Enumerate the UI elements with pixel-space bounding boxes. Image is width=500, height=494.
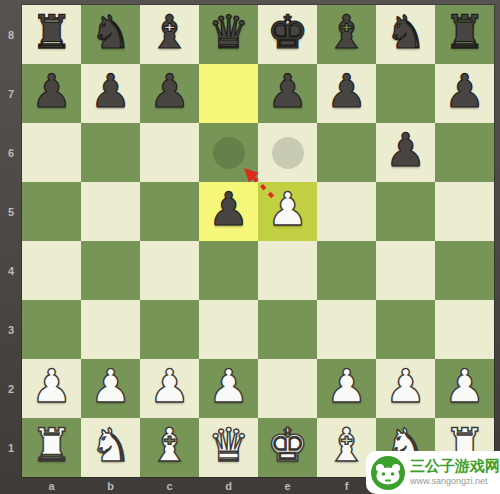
square-a7[interactable]: ♟ [22,64,81,123]
square-h8[interactable]: ♜ [435,5,494,64]
piece-white-bishop[interactable]: ♝ [149,416,190,475]
square-d2[interactable]: ♟ [199,359,258,418]
rank-label-4: 4 [0,241,22,300]
square-c2[interactable]: ♟ [140,359,199,418]
piece-white-pawn[interactable]: ♟ [208,357,249,416]
rank-label-8: 8 [0,5,22,64]
square-b4[interactable] [81,241,140,300]
piece-white-rook[interactable]: ♜ [31,416,72,475]
rank-label-6: 6 [0,123,22,182]
square-f3[interactable] [317,300,376,359]
square-b5[interactable] [81,182,140,241]
square-d5[interactable]: ♟ [199,182,258,241]
rank-label-1: 1 [0,418,22,477]
watermark: 三公子游戏网 www.sangongzi.net [366,451,500,494]
square-a6[interactable] [22,123,81,182]
piece-white-queen[interactable]: ♛ [208,416,249,475]
piece-black-pawn[interactable]: ♟ [444,62,485,121]
square-h4[interactable] [435,241,494,300]
square-e6[interactable] [258,123,317,182]
piece-black-pawn[interactable]: ♟ [90,62,131,121]
square-c6[interactable] [140,123,199,182]
square-f4[interactable] [317,241,376,300]
piece-black-pawn[interactable]: ♟ [326,62,367,121]
square-e7[interactable]: ♟ [258,64,317,123]
rank-label-5: 5 [0,182,22,241]
piece-white-pawn[interactable]: ♟ [326,357,367,416]
square-g2[interactable]: ♟ [376,359,435,418]
watermark-logo-icon [371,456,405,490]
square-c8[interactable]: ♝ [140,5,199,64]
square-e3[interactable] [258,300,317,359]
square-g7[interactable] [376,64,435,123]
square-d6[interactable] [199,123,258,182]
piece-black-queen[interactable]: ♛ [208,3,249,62]
chess-board[interactable]: ♜♞♝♛♚♝♞♜♟♟♟♟♟♟♟♟♟♟♟♟♟♟♟♟♜♞♝♛♚♝♞♜ [22,5,494,477]
piece-white-pawn[interactable]: ♟ [444,357,485,416]
square-c1[interactable]: ♝ [140,418,199,477]
piece-black-knight[interactable]: ♞ [385,3,426,62]
watermark-title: 三公子游戏网 [410,459,500,475]
square-h3[interactable] [435,300,494,359]
rank-label-2: 2 [0,359,22,418]
file-label-a: a [22,477,81,494]
square-b1[interactable]: ♞ [81,418,140,477]
piece-white-pawn[interactable]: ♟ [149,357,190,416]
piece-black-pawn[interactable]: ♟ [31,62,72,121]
square-d3[interactable] [199,300,258,359]
piece-black-bishop[interactable]: ♝ [149,3,190,62]
rank-labels: 87654321 [0,5,22,477]
square-h2[interactable]: ♟ [435,359,494,418]
square-a8[interactable]: ♜ [22,5,81,64]
square-e4[interactable] [258,241,317,300]
piece-white-knight[interactable]: ♞ [90,416,131,475]
piece-black-pawn[interactable]: ♟ [267,62,308,121]
file-label-e: e [258,477,317,494]
square-g3[interactable] [376,300,435,359]
file-label-c: c [140,477,199,494]
piece-black-king[interactable]: ♚ [267,3,308,62]
square-b7[interactable]: ♟ [81,64,140,123]
square-a1[interactable]: ♜ [22,418,81,477]
square-a3[interactable] [22,300,81,359]
piece-black-bishop[interactable]: ♝ [326,3,367,62]
square-h6[interactable] [435,123,494,182]
square-d8[interactable]: ♛ [199,5,258,64]
square-d1[interactable]: ♛ [199,418,258,477]
square-b2[interactable]: ♟ [81,359,140,418]
square-a2[interactable]: ♟ [22,359,81,418]
square-f7[interactable]: ♟ [317,64,376,123]
square-e8[interactable]: ♚ [258,5,317,64]
square-a5[interactable] [22,182,81,241]
piece-white-pawn[interactable]: ♟ [90,357,131,416]
square-c5[interactable] [140,182,199,241]
piece-black-pawn[interactable]: ♟ [385,121,426,180]
rank-label-7: 7 [0,64,22,123]
watermark-url: www.sangongzi.net [410,477,500,486]
piece-black-rook[interactable]: ♜ [444,3,485,62]
square-c3[interactable] [140,300,199,359]
piece-black-pawn[interactable]: ♟ [149,62,190,121]
piece-white-pawn[interactable]: ♟ [385,357,426,416]
square-b6[interactable] [81,123,140,182]
piece-white-pawn[interactable]: ♟ [31,357,72,416]
square-d7[interactable] [199,64,258,123]
square-g5[interactable] [376,182,435,241]
piece-white-bishop[interactable]: ♝ [326,416,367,475]
piece-black-rook[interactable]: ♜ [31,3,72,62]
square-d4[interactable] [199,241,258,300]
square-b8[interactable]: ♞ [81,5,140,64]
square-g8[interactable]: ♞ [376,5,435,64]
square-g6[interactable]: ♟ [376,123,435,182]
square-f5[interactable] [317,182,376,241]
square-b3[interactable] [81,300,140,359]
square-c4[interactable] [140,241,199,300]
square-e2[interactable] [258,359,317,418]
square-a4[interactable] [22,241,81,300]
square-f6[interactable] [317,123,376,182]
piece-white-pawn[interactable]: ♟ [267,180,308,239]
piece-white-king[interactable]: ♚ [267,416,308,475]
square-g4[interactable] [376,241,435,300]
square-h5[interactable] [435,182,494,241]
square-f2[interactable]: ♟ [317,359,376,418]
square-h7[interactable]: ♟ [435,64,494,123]
rank-label-3: 3 [0,300,22,359]
square-f8[interactable]: ♝ [317,5,376,64]
file-label-d: d [199,477,258,494]
square-e5[interactable]: ♟ [258,182,317,241]
file-label-b: b [81,477,140,494]
square-e1[interactable]: ♚ [258,418,317,477]
piece-black-knight[interactable]: ♞ [90,3,131,62]
watermark-text: 三公子游戏网 www.sangongzi.net [410,459,500,486]
square-c7[interactable]: ♟ [140,64,199,123]
piece-black-pawn[interactable]: ♟ [208,180,249,239]
